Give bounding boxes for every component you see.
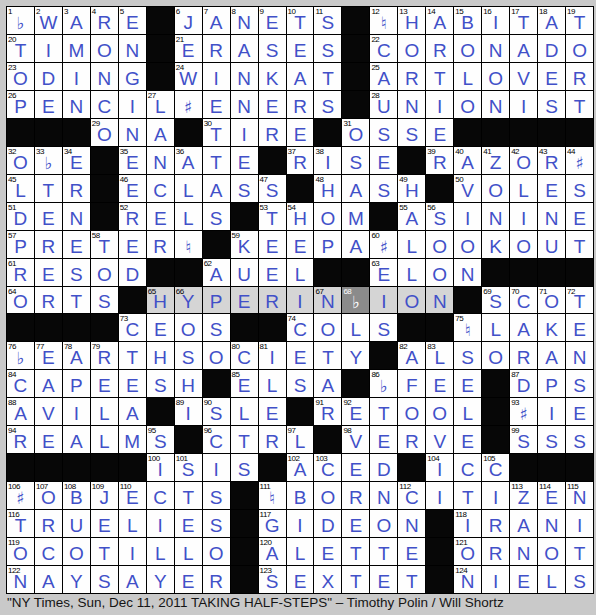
cell-r21c20[interactable]: L bbox=[538, 566, 565, 593]
cell-r10c17[interactable]: N bbox=[454, 259, 481, 286]
cell-r6c12[interactable]: 38I bbox=[314, 147, 341, 174]
cell-r4c10[interactable]: E bbox=[259, 91, 286, 118]
cell-r1c20[interactable]: 18A bbox=[538, 7, 565, 34]
cell-r9c3[interactable]: E bbox=[63, 231, 90, 258]
cell-r2c17[interactable]: O bbox=[454, 35, 481, 62]
cell-r2c2[interactable]: I bbox=[35, 35, 62, 62]
cell-r2c1[interactable]: 20T bbox=[7, 35, 34, 62]
cell-r8c12[interactable]: O bbox=[314, 203, 341, 230]
cell-r13c17[interactable]: S bbox=[454, 342, 481, 369]
cell-r10c15[interactable]: L bbox=[398, 259, 425, 286]
cell-r6c2[interactable]: 33♭ bbox=[35, 147, 62, 174]
cell-r1c1[interactable]: 1♭ bbox=[7, 7, 34, 34]
cell-r7c8[interactable]: A bbox=[203, 175, 230, 202]
cell-r8c5[interactable]: 52R bbox=[119, 203, 146, 230]
cell-r11c21[interactable]: 72T bbox=[566, 287, 593, 314]
cell-r13c12[interactable]: T bbox=[314, 342, 341, 369]
cell-r10c5[interactable]: D bbox=[119, 259, 146, 286]
cell-r19c12[interactable]: D bbox=[314, 510, 341, 537]
cell-r18c19[interactable]: 113Z bbox=[510, 482, 537, 509]
cell-r5c14[interactable]: S bbox=[370, 119, 397, 146]
cell-r9c4[interactable]: 58T bbox=[91, 231, 118, 258]
cell-r6c17[interactable]: 40A bbox=[454, 147, 481, 174]
cell-r15c7[interactable]: 89I bbox=[175, 398, 202, 425]
cell-r4c6[interactable]: 27L bbox=[147, 91, 174, 118]
cell-r20c20[interactable]: O bbox=[538, 538, 565, 565]
cell-r19c21[interactable]: I bbox=[566, 510, 593, 537]
cell-r9c11[interactable]: E bbox=[287, 231, 314, 258]
cell-r21c3[interactable]: Y bbox=[63, 566, 90, 593]
cell-r20c2[interactable]: C bbox=[35, 538, 62, 565]
cell-r16c11[interactable]: 97L bbox=[287, 426, 314, 453]
cell-r3c8[interactable]: I bbox=[203, 63, 230, 90]
cell-r3c5[interactable]: G bbox=[119, 63, 146, 90]
cell-r20c8[interactable]: O bbox=[203, 538, 230, 565]
cell-r12c17[interactable]: 75♮ bbox=[454, 314, 481, 341]
cell-r8c13[interactable]: M bbox=[342, 203, 369, 230]
cell-r7c3[interactable]: R bbox=[63, 175, 90, 202]
cell-r1c17[interactable]: 15B bbox=[454, 7, 481, 34]
cell-r12c11[interactable]: 74C bbox=[287, 314, 314, 341]
cell-r18c10[interactable]: 111♮ bbox=[259, 482, 286, 509]
cell-r19c1[interactable]: 116T bbox=[7, 510, 34, 537]
cell-r19c11[interactable]: I bbox=[287, 510, 314, 537]
cell-r12c7[interactable]: O bbox=[175, 314, 202, 341]
cell-r12c21[interactable]: E bbox=[566, 314, 593, 341]
cell-r20c13[interactable]: T bbox=[342, 538, 369, 565]
cell-r16c13[interactable]: 98V bbox=[342, 426, 369, 453]
cell-r18c16[interactable]: I bbox=[426, 482, 453, 509]
cell-r14c16[interactable]: E bbox=[426, 370, 453, 397]
cell-r8c2[interactable]: E bbox=[35, 203, 62, 230]
cell-r13c16[interactable]: 83L bbox=[426, 342, 453, 369]
cell-r8c17[interactable]: I bbox=[454, 203, 481, 230]
cell-r19c3[interactable]: U bbox=[63, 510, 90, 537]
cell-r7c9[interactable]: S bbox=[231, 175, 258, 202]
cell-r4c1[interactable]: 26P bbox=[7, 91, 34, 118]
cell-r4c18[interactable]: N bbox=[482, 91, 509, 118]
cell-r20c10[interactable]: 120A bbox=[259, 538, 286, 565]
cell-r1c11[interactable]: 10T bbox=[287, 7, 314, 34]
cell-r4c20[interactable]: S bbox=[538, 91, 565, 118]
cell-r14c7[interactable]: H bbox=[175, 370, 202, 397]
cell-r11c10[interactable]: R bbox=[259, 287, 286, 314]
cell-r8c18[interactable]: N bbox=[482, 203, 509, 230]
cell-r14c17[interactable]: E bbox=[454, 370, 481, 397]
cell-r20c7[interactable]: L bbox=[175, 538, 202, 565]
cell-r4c12[interactable]: S bbox=[314, 91, 341, 118]
cell-r8c16[interactable]: 56S bbox=[426, 203, 453, 230]
cell-r15c4[interactable]: L bbox=[91, 398, 118, 425]
cell-r19c20[interactable]: N bbox=[538, 510, 565, 537]
cell-r11c13[interactable]: 68♭ bbox=[342, 287, 369, 314]
cell-r14c1[interactable]: 84C bbox=[7, 370, 34, 397]
cell-r9c13[interactable]: A bbox=[342, 231, 369, 258]
cell-r21c7[interactable]: E bbox=[175, 566, 202, 593]
cell-r20c6[interactable]: L bbox=[147, 538, 174, 565]
cell-r15c10[interactable]: E bbox=[259, 398, 286, 425]
cell-r8c15[interactable]: 55A bbox=[398, 203, 425, 230]
cell-r1c9[interactable]: 8N bbox=[231, 7, 258, 34]
cell-r19c14[interactable]: O bbox=[370, 510, 397, 537]
cell-r15c12[interactable]: 91R bbox=[314, 398, 341, 425]
cell-r3c20[interactable]: E bbox=[538, 63, 565, 90]
cell-r19c13[interactable]: E bbox=[342, 510, 369, 537]
cell-r3c12[interactable]: T bbox=[314, 63, 341, 90]
cell-r18c20[interactable]: 114E bbox=[538, 482, 565, 509]
cell-r2c12[interactable]: S bbox=[314, 35, 341, 62]
cell-r6c13[interactable]: S bbox=[342, 147, 369, 174]
cell-r11c20[interactable]: 71O bbox=[538, 287, 565, 314]
cell-r8c7[interactable]: L bbox=[175, 203, 202, 230]
cell-r5c4[interactable]: 29O bbox=[91, 119, 118, 146]
cell-r1c10[interactable]: 9E bbox=[259, 7, 286, 34]
cell-r19c8[interactable]: S bbox=[203, 510, 230, 537]
cell-r15c1[interactable]: 88A bbox=[7, 398, 34, 425]
cell-r4c11[interactable]: R bbox=[287, 91, 314, 118]
cell-r20c15[interactable]: E bbox=[398, 538, 425, 565]
cell-r7c6[interactable]: C bbox=[147, 175, 174, 202]
cell-r3c2[interactable]: D bbox=[35, 63, 62, 90]
cell-r1c18[interactable]: 16I bbox=[482, 7, 509, 34]
cell-r20c5[interactable]: I bbox=[119, 538, 146, 565]
cell-r9c20[interactable]: U bbox=[538, 231, 565, 258]
cell-r10c11[interactable]: L bbox=[287, 259, 314, 286]
cell-r4c15[interactable]: N bbox=[398, 91, 425, 118]
cell-r10c1[interactable]: 61R bbox=[7, 259, 34, 286]
cell-r10c3[interactable]: S bbox=[63, 259, 90, 286]
cell-r11c14[interactable]: I bbox=[370, 287, 397, 314]
cell-r19c19[interactable]: A bbox=[510, 510, 537, 537]
cell-r9c6[interactable]: R bbox=[147, 231, 174, 258]
cell-r9c14[interactable]: 60♯ bbox=[370, 231, 397, 258]
cell-r21c15[interactable]: T bbox=[398, 566, 425, 593]
cell-r21c1[interactable]: 122N bbox=[7, 566, 34, 593]
cell-r8c6[interactable]: E bbox=[147, 203, 174, 230]
cell-r11c12[interactable]: 67N bbox=[314, 287, 341, 314]
cell-r2c21[interactable]: O bbox=[566, 35, 593, 62]
cell-r9c17[interactable]: O bbox=[454, 231, 481, 258]
cell-r13c7[interactable]: S bbox=[175, 342, 202, 369]
cell-r13c6[interactable]: H bbox=[147, 342, 174, 369]
cell-r4c3[interactable]: N bbox=[63, 91, 90, 118]
cell-r19c7[interactable]: E bbox=[175, 510, 202, 537]
cell-r9c1[interactable]: 57P bbox=[7, 231, 34, 258]
cell-r14c4[interactable]: E bbox=[91, 370, 118, 397]
cell-r18c5[interactable]: 110E bbox=[119, 482, 146, 509]
cell-r7c7[interactable]: L bbox=[175, 175, 202, 202]
cell-r11c4[interactable]: S bbox=[91, 287, 118, 314]
cell-r15c20[interactable]: I bbox=[538, 398, 565, 425]
cell-r2c10[interactable]: S bbox=[259, 35, 286, 62]
cell-r21c12[interactable]: X bbox=[314, 566, 341, 593]
cell-r5c8[interactable]: 30T bbox=[203, 119, 230, 146]
cell-r14c19[interactable]: 87D bbox=[510, 370, 537, 397]
cell-r18c15[interactable]: 112C bbox=[398, 482, 425, 509]
cell-r14c12[interactable]: A bbox=[314, 370, 341, 397]
cell-r18c11[interactable]: B bbox=[287, 482, 314, 509]
cell-r11c16[interactable]: N bbox=[426, 287, 453, 314]
cell-r16c2[interactable]: E bbox=[35, 426, 62, 453]
cell-r15c21[interactable]: E bbox=[566, 398, 593, 425]
cell-r6c11[interactable]: 37R bbox=[287, 147, 314, 174]
cell-r13c10[interactable]: 81I bbox=[259, 342, 286, 369]
cell-r7c18[interactable]: O bbox=[482, 175, 509, 202]
cell-r17c16[interactable]: 104I bbox=[426, 454, 453, 481]
cell-r15c16[interactable]: O bbox=[426, 398, 453, 425]
cell-r18c4[interactable]: 109J bbox=[91, 482, 118, 509]
cell-r7c15[interactable]: 49H bbox=[398, 175, 425, 202]
cell-r14c6[interactable]: S bbox=[147, 370, 174, 397]
cell-r16c14[interactable]: E bbox=[370, 426, 397, 453]
cell-r5c13[interactable]: 31O bbox=[342, 119, 369, 146]
cell-r2c14[interactable]: 22C bbox=[370, 35, 397, 62]
cell-r17c18[interactable]: 105C bbox=[482, 454, 509, 481]
cell-r12c12[interactable]: O bbox=[314, 314, 341, 341]
cell-r11c2[interactable]: R bbox=[35, 287, 62, 314]
cell-r21c5[interactable]: A bbox=[119, 566, 146, 593]
cell-r6c9[interactable]: E bbox=[231, 147, 258, 174]
cell-r18c3[interactable]: 108B bbox=[63, 482, 90, 509]
cell-r1c5[interactable]: 5E bbox=[119, 7, 146, 34]
cell-r7c21[interactable]: S bbox=[566, 175, 593, 202]
cell-r9c12[interactable]: P bbox=[314, 231, 341, 258]
cell-r19c6[interactable]: I bbox=[147, 510, 174, 537]
cell-r6c3[interactable]: 34E bbox=[63, 147, 90, 174]
cell-r5c16[interactable]: E bbox=[426, 119, 453, 146]
cell-r14c11[interactable]: S bbox=[287, 370, 314, 397]
cell-r2c16[interactable]: R bbox=[426, 35, 453, 62]
cell-r17c9[interactable]: S bbox=[231, 454, 258, 481]
cell-r17c14[interactable]: D bbox=[370, 454, 397, 481]
cell-r3c7[interactable]: 24W bbox=[175, 63, 202, 90]
cell-r10c2[interactable]: E bbox=[35, 259, 62, 286]
cell-r13c5[interactable]: T bbox=[119, 342, 146, 369]
cell-r5c15[interactable]: S bbox=[398, 119, 425, 146]
cell-r16c21[interactable]: S bbox=[566, 426, 593, 453]
cell-r15c5[interactable]: A bbox=[119, 398, 146, 425]
cell-r9c10[interactable]: E bbox=[259, 231, 286, 258]
cell-r8c11[interactable]: 54H bbox=[287, 203, 314, 230]
cell-r4c7[interactable]: ♯ bbox=[175, 91, 202, 118]
cell-r7c13[interactable]: A bbox=[342, 175, 369, 202]
cell-r13c8[interactable]: O bbox=[203, 342, 230, 369]
cell-r15c13[interactable]: 92E bbox=[342, 398, 369, 425]
cell-r2c7[interactable]: 21E bbox=[175, 35, 202, 62]
cell-r17c6[interactable]: 100I bbox=[147, 454, 174, 481]
cell-r9c15[interactable]: L bbox=[398, 231, 425, 258]
cell-r1c2[interactable]: 2W bbox=[35, 7, 62, 34]
cell-r1c21[interactable]: 19T bbox=[566, 7, 593, 34]
cell-r8c3[interactable]: N bbox=[63, 203, 90, 230]
cell-r16c20[interactable]: S bbox=[538, 426, 565, 453]
cell-r20c4[interactable]: T bbox=[91, 538, 118, 565]
cell-r6c7[interactable]: 36A bbox=[175, 147, 202, 174]
cell-r3c14[interactable]: 25A bbox=[370, 63, 397, 90]
cell-r16c9[interactable]: T bbox=[231, 426, 258, 453]
cell-r3c1[interactable]: 23O bbox=[7, 63, 34, 90]
cell-r11c1[interactable]: 64O bbox=[7, 287, 34, 314]
cell-r21c13[interactable]: T bbox=[342, 566, 369, 593]
cell-r8c21[interactable]: E bbox=[566, 203, 593, 230]
cell-r18c21[interactable]: 115N bbox=[566, 482, 593, 509]
cell-r21c21[interactable]: S bbox=[566, 566, 593, 593]
cell-r15c15[interactable]: O bbox=[398, 398, 425, 425]
cell-r13c15[interactable]: 82A bbox=[398, 342, 425, 369]
cell-r14c3[interactable]: P bbox=[63, 370, 90, 397]
cell-r11c9[interactable]: E bbox=[231, 287, 258, 314]
cell-r11c15[interactable]: O bbox=[398, 287, 425, 314]
cell-r16c10[interactable]: R bbox=[259, 426, 286, 453]
cell-r13c4[interactable]: 79R bbox=[91, 342, 118, 369]
cell-r1c3[interactable]: 3A bbox=[63, 7, 90, 34]
cell-r21c11[interactable]: E bbox=[287, 566, 314, 593]
cell-r11c19[interactable]: 70C bbox=[510, 287, 537, 314]
cell-r9c7[interactable]: ♮ bbox=[175, 231, 202, 258]
cell-r14c21[interactable]: S bbox=[566, 370, 593, 397]
cell-r17c17[interactable]: C bbox=[454, 454, 481, 481]
cell-r19c5[interactable]: L bbox=[119, 510, 146, 537]
cell-r6c1[interactable]: 32O bbox=[7, 147, 34, 174]
cell-r9c19[interactable]: O bbox=[510, 231, 537, 258]
cell-r15c2[interactable]: V bbox=[35, 398, 62, 425]
cell-r8c8[interactable]: S bbox=[203, 203, 230, 230]
cell-r18c14[interactable]: N bbox=[370, 482, 397, 509]
cell-r3c17[interactable]: L bbox=[454, 63, 481, 90]
cell-r9c9[interactable]: 59K bbox=[231, 231, 258, 258]
cell-r21c17[interactable]: 124N bbox=[454, 566, 481, 593]
cell-r10c9[interactable]: U bbox=[231, 259, 258, 286]
cell-r4c2[interactable]: E bbox=[35, 91, 62, 118]
cell-r21c6[interactable]: Y bbox=[147, 566, 174, 593]
cell-r21c14[interactable]: E bbox=[370, 566, 397, 593]
cell-r1c16[interactable]: 14A bbox=[426, 7, 453, 34]
cell-r16c15[interactable]: R bbox=[398, 426, 425, 453]
cell-r3c11[interactable]: A bbox=[287, 63, 314, 90]
cell-r16c3[interactable]: A bbox=[63, 426, 90, 453]
cell-r6c8[interactable]: T bbox=[203, 147, 230, 174]
cell-r7c10[interactable]: 47S bbox=[259, 175, 286, 202]
cell-r3c15[interactable]: R bbox=[398, 63, 425, 90]
cell-r4c8[interactable]: E bbox=[203, 91, 230, 118]
cell-r13c21[interactable]: N bbox=[566, 342, 593, 369]
cell-r9c2[interactable]: R bbox=[35, 231, 62, 258]
cell-r12c5[interactable]: 73C bbox=[119, 314, 146, 341]
cell-r21c8[interactable]: R bbox=[203, 566, 230, 593]
cell-r1c12[interactable]: 11S bbox=[314, 7, 341, 34]
cell-r8c20[interactable]: N bbox=[538, 203, 565, 230]
cell-r7c2[interactable]: T bbox=[35, 175, 62, 202]
cell-r10c14[interactable]: 63E bbox=[370, 259, 397, 286]
cell-r9c18[interactable]: K bbox=[482, 231, 509, 258]
cell-r13c2[interactable]: 77E bbox=[35, 342, 62, 369]
cell-r4c5[interactable]: I bbox=[119, 91, 146, 118]
cell-r8c19[interactable]: I bbox=[510, 203, 537, 230]
cell-r18c18[interactable]: I bbox=[482, 482, 509, 509]
cell-r14c5[interactable]: E bbox=[119, 370, 146, 397]
cell-r20c12[interactable]: E bbox=[314, 538, 341, 565]
cell-r20c21[interactable]: T bbox=[566, 538, 593, 565]
cell-r7c20[interactable]: E bbox=[538, 175, 565, 202]
cell-r1c15[interactable]: 13H bbox=[398, 7, 425, 34]
cell-r15c17[interactable]: L bbox=[454, 398, 481, 425]
cell-r3c9[interactable]: N bbox=[231, 63, 258, 90]
cell-r13c3[interactable]: 78A bbox=[63, 342, 90, 369]
cell-r5c9[interactable]: I bbox=[231, 119, 258, 146]
cell-r3c21[interactable]: R bbox=[566, 63, 593, 90]
cell-r10c10[interactable]: E bbox=[259, 259, 286, 286]
cell-r6c14[interactable]: E bbox=[370, 147, 397, 174]
cell-r3c16[interactable]: T bbox=[426, 63, 453, 90]
cell-r14c9[interactable]: 85E bbox=[231, 370, 258, 397]
cell-r16c17[interactable]: E bbox=[454, 426, 481, 453]
cell-r2c9[interactable]: A bbox=[231, 35, 258, 62]
cell-r21c4[interactable]: S bbox=[91, 566, 118, 593]
cell-r3c10[interactable]: K bbox=[259, 63, 286, 90]
cell-r1c4[interactable]: 4R bbox=[91, 7, 118, 34]
cell-r20c11[interactable]: L bbox=[287, 538, 314, 565]
cell-r2c11[interactable]: E bbox=[287, 35, 314, 62]
cell-r12c14[interactable]: S bbox=[370, 314, 397, 341]
cell-r7c5[interactable]: 46E bbox=[119, 175, 146, 202]
cell-r12c8[interactable]: S bbox=[203, 314, 230, 341]
cell-r18c8[interactable]: S bbox=[203, 482, 230, 509]
cell-r13c13[interactable]: Y bbox=[342, 342, 369, 369]
cell-r2c5[interactable]: N bbox=[119, 35, 146, 62]
cell-r16c8[interactable]: 96C bbox=[203, 426, 230, 453]
cell-r16c19[interactable]: 99S bbox=[510, 426, 537, 453]
cell-r1c8[interactable]: 7A bbox=[203, 7, 230, 34]
cell-r21c10[interactable]: 123S bbox=[259, 566, 286, 593]
cell-r7c14[interactable]: S bbox=[370, 175, 397, 202]
cell-r11c18[interactable]: 69S bbox=[482, 287, 509, 314]
cell-r13c20[interactable]: A bbox=[538, 342, 565, 369]
cell-r12c6[interactable]: E bbox=[147, 314, 174, 341]
cell-r3c3[interactable]: I bbox=[63, 63, 90, 90]
cell-r4c9[interactable]: N bbox=[231, 91, 258, 118]
cell-r15c19[interactable]: 93♯ bbox=[510, 398, 537, 425]
cell-r5c10[interactable]: R bbox=[259, 119, 286, 146]
cell-r18c2[interactable]: 107O bbox=[35, 482, 62, 509]
cell-r15c14[interactable]: T bbox=[370, 398, 397, 425]
cell-r13c9[interactable]: 80C bbox=[231, 342, 258, 369]
cell-r15c8[interactable]: 90S bbox=[203, 398, 230, 425]
cell-r3c18[interactable]: O bbox=[482, 63, 509, 90]
cell-r11c3[interactable]: T bbox=[63, 287, 90, 314]
cell-r1c19[interactable]: 17T bbox=[510, 7, 537, 34]
cell-r3c4[interactable]: N bbox=[91, 63, 118, 90]
cell-r20c1[interactable]: 119O bbox=[7, 538, 34, 565]
cell-r19c4[interactable]: E bbox=[91, 510, 118, 537]
cell-r18c6[interactable]: C bbox=[147, 482, 174, 509]
cell-r16c6[interactable]: 95S bbox=[147, 426, 174, 453]
cell-r11c7[interactable]: 66Y bbox=[175, 287, 202, 314]
cell-r16c5[interactable]: M bbox=[119, 426, 146, 453]
cell-r6c19[interactable]: 42O bbox=[510, 147, 537, 174]
cell-r17c11[interactable]: 102A bbox=[287, 454, 314, 481]
cell-r3c19[interactable]: V bbox=[510, 63, 537, 90]
cell-r10c8[interactable]: 62A bbox=[203, 259, 230, 286]
cell-r15c9[interactable]: L bbox=[231, 398, 258, 425]
cell-r17c8[interactable]: I bbox=[203, 454, 230, 481]
cell-r13c18[interactable]: O bbox=[482, 342, 509, 369]
cell-r17c13[interactable]: E bbox=[342, 454, 369, 481]
cell-r2c3[interactable]: M bbox=[63, 35, 90, 62]
cell-r20c19[interactable]: N bbox=[510, 538, 537, 565]
cell-r16c1[interactable]: 94R bbox=[7, 426, 34, 453]
cell-r11c6[interactable]: 65H bbox=[147, 287, 174, 314]
cell-r9c5[interactable]: E bbox=[119, 231, 146, 258]
